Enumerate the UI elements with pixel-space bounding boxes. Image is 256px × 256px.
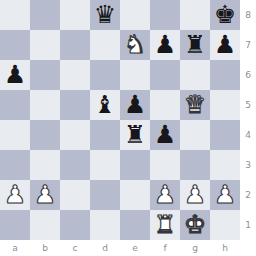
square-f3[interactable] xyxy=(150,150,180,180)
black-rook[interactable]: ♜ xyxy=(180,30,210,60)
margin-corner xyxy=(240,240,256,256)
square-c7[interactable] xyxy=(60,30,90,60)
chess-board: ♛♚♞♟♜♟♟♝♟♛♜♟♟♟♟♟♟♜♚ xyxy=(0,0,240,240)
file-label-a: a xyxy=(0,240,30,256)
square-b1[interactable] xyxy=(30,210,60,240)
rank-label-4: 4 xyxy=(240,120,256,150)
square-a8[interactable] xyxy=(0,0,30,30)
white-knight[interactable]: ♞ xyxy=(120,30,150,60)
file-label-c: c xyxy=(60,240,90,256)
file-labels: abcdefgh xyxy=(0,240,240,256)
white-pawn[interactable]: ♟ xyxy=(180,180,210,210)
square-a1[interactable] xyxy=(0,210,30,240)
square-f4[interactable]: ♟ xyxy=(150,120,180,150)
square-d3[interactable] xyxy=(90,150,120,180)
square-a2[interactable]: ♟ xyxy=(0,180,30,210)
square-a5[interactable] xyxy=(0,90,30,120)
rank-label-1: 1 xyxy=(240,210,256,240)
square-d6[interactable] xyxy=(90,60,120,90)
square-f2[interactable]: ♟ xyxy=(150,180,180,210)
rank-label-3: 3 xyxy=(240,150,256,180)
square-a4[interactable] xyxy=(0,120,30,150)
square-c6[interactable] xyxy=(60,60,90,90)
square-g4[interactable] xyxy=(180,120,210,150)
square-e1[interactable] xyxy=(120,210,150,240)
square-a7[interactable] xyxy=(0,30,30,60)
square-c8[interactable] xyxy=(60,0,90,30)
square-g7[interactable]: ♜ xyxy=(180,30,210,60)
square-e2[interactable] xyxy=(120,180,150,210)
rank-label-7: 7 xyxy=(240,30,256,60)
black-rook[interactable]: ♜ xyxy=(120,120,150,150)
square-h3[interactable] xyxy=(210,150,240,180)
square-f5[interactable] xyxy=(150,90,180,120)
square-b7[interactable] xyxy=(30,30,60,60)
square-c3[interactable] xyxy=(60,150,90,180)
white-queen[interactable]: ♛ xyxy=(180,90,210,120)
white-pawn[interactable]: ♟ xyxy=(150,180,180,210)
black-pawn[interactable]: ♟ xyxy=(150,120,180,150)
file-label-f: f xyxy=(150,240,180,256)
black-pawn[interactable]: ♟ xyxy=(120,90,150,120)
square-e8[interactable] xyxy=(120,0,150,30)
square-e4[interactable]: ♜ xyxy=(120,120,150,150)
square-d1[interactable] xyxy=(90,210,120,240)
black-pawn[interactable]: ♟ xyxy=(0,60,30,90)
square-c4[interactable] xyxy=(60,120,90,150)
square-b2[interactable]: ♟ xyxy=(30,180,60,210)
square-c5[interactable] xyxy=(60,90,90,120)
square-b3[interactable] xyxy=(30,150,60,180)
square-d7[interactable] xyxy=(90,30,120,60)
square-h1[interactable] xyxy=(210,210,240,240)
rank-label-5: 5 xyxy=(240,90,256,120)
white-pawn[interactable]: ♟ xyxy=(30,180,60,210)
square-h4[interactable] xyxy=(210,120,240,150)
square-h8[interactable]: ♚ xyxy=(210,0,240,30)
square-c1[interactable] xyxy=(60,210,90,240)
square-d8[interactable]: ♛ xyxy=(90,0,120,30)
white-rook[interactable]: ♜ xyxy=(150,210,180,240)
square-d2[interactable] xyxy=(90,180,120,210)
white-pawn[interactable]: ♟ xyxy=(210,180,240,210)
file-label-d: d xyxy=(90,240,120,256)
square-b4[interactable] xyxy=(30,120,60,150)
rank-label-6: 6 xyxy=(240,60,256,90)
black-pawn[interactable]: ♟ xyxy=(210,30,240,60)
square-h6[interactable] xyxy=(210,60,240,90)
square-h7[interactable]: ♟ xyxy=(210,30,240,60)
square-e3[interactable] xyxy=(120,150,150,180)
square-g8[interactable] xyxy=(180,0,210,30)
square-a3[interactable] xyxy=(0,150,30,180)
square-e5[interactable]: ♟ xyxy=(120,90,150,120)
white-king[interactable]: ♚ xyxy=(180,210,210,240)
square-f1[interactable]: ♜ xyxy=(150,210,180,240)
square-h2[interactable]: ♟ xyxy=(210,180,240,210)
square-a6[interactable]: ♟ xyxy=(0,60,30,90)
square-g3[interactable] xyxy=(180,150,210,180)
file-label-h: h xyxy=(210,240,240,256)
file-label-b: b xyxy=(30,240,60,256)
square-e7[interactable]: ♞ xyxy=(120,30,150,60)
square-g1[interactable]: ♚ xyxy=(180,210,210,240)
rank-label-2: 2 xyxy=(240,180,256,210)
file-label-g: g xyxy=(180,240,210,256)
square-f7[interactable]: ♟ xyxy=(150,30,180,60)
black-queen[interactable]: ♛ xyxy=(90,0,120,30)
square-b5[interactable] xyxy=(30,90,60,120)
square-f6[interactable] xyxy=(150,60,180,90)
white-pawn[interactable]: ♟ xyxy=(0,180,30,210)
square-d4[interactable] xyxy=(90,120,120,150)
square-e6[interactable] xyxy=(120,60,150,90)
square-g6[interactable] xyxy=(180,60,210,90)
black-bishop[interactable]: ♝ xyxy=(90,90,120,120)
file-label-e: e xyxy=(120,240,150,256)
chess-diagram: ♛♚♞♟♜♟♟♝♟♛♜♟♟♟♟♟♟♜♚ 87654321 abcdefgh xyxy=(0,0,256,256)
square-c2[interactable] xyxy=(60,180,90,210)
black-pawn[interactable]: ♟ xyxy=(150,30,180,60)
black-king[interactable]: ♚ xyxy=(210,0,240,30)
square-b6[interactable] xyxy=(30,60,60,90)
square-g5[interactable]: ♛ xyxy=(180,90,210,120)
rank-labels: 87654321 xyxy=(240,0,256,240)
square-d5[interactable]: ♝ xyxy=(90,90,120,120)
square-b8[interactable] xyxy=(30,0,60,30)
square-f8[interactable] xyxy=(150,0,180,30)
square-g2[interactable]: ♟ xyxy=(180,180,210,210)
rank-label-8: 8 xyxy=(240,0,256,30)
square-h5[interactable] xyxy=(210,90,240,120)
